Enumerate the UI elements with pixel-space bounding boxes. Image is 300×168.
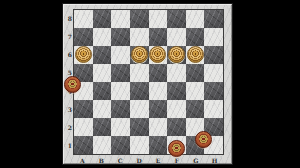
rank-label-7: 7 [63, 33, 72, 40]
checker-red-g1[interactable] [195, 131, 212, 148]
square-g3[interactable] [186, 100, 205, 118]
checker-white-a6[interactable] [75, 46, 92, 63]
checker-white-g6[interactable] [187, 46, 204, 63]
square-f8[interactable] [167, 10, 186, 28]
square-a1[interactable] [74, 136, 93, 154]
square-b1[interactable] [93, 136, 112, 154]
square-c3[interactable] [111, 100, 130, 118]
square-a3[interactable] [74, 100, 93, 118]
file-label-e: E [149, 156, 168, 166]
file-labels: ABCDEFGH [73, 156, 224, 166]
square-d7[interactable] [130, 28, 149, 46]
square-d3[interactable] [130, 100, 149, 118]
square-d4[interactable] [130, 82, 149, 100]
square-c6[interactable] [111, 46, 130, 64]
square-f3[interactable] [167, 100, 186, 118]
square-c1[interactable] [111, 136, 130, 154]
square-e2[interactable] [149, 118, 168, 136]
square-f4[interactable] [167, 82, 186, 100]
square-h3[interactable] [204, 100, 223, 118]
square-h4[interactable] [204, 82, 223, 100]
file-label-h: H [205, 156, 224, 166]
checker-red-a4[interactable] [64, 76, 81, 93]
square-d1[interactable] [130, 136, 149, 154]
checker-white-d6[interactable] [131, 46, 148, 63]
checker-white-e6[interactable] [149, 46, 166, 63]
square-g4[interactable] [186, 82, 205, 100]
rank-label-6: 6 [63, 51, 72, 58]
square-b3[interactable] [93, 100, 112, 118]
square-a2[interactable] [74, 118, 93, 136]
checker-white-f6[interactable] [168, 46, 185, 63]
rank-label-8: 8 [63, 15, 72, 22]
square-c4[interactable] [111, 82, 130, 100]
square-e7[interactable] [149, 28, 168, 46]
square-e3[interactable] [149, 100, 168, 118]
file-label-g: G [186, 156, 205, 166]
square-e8[interactable] [149, 10, 168, 28]
rank-label-3: 3 [63, 106, 72, 113]
square-c7[interactable] [111, 28, 130, 46]
file-label-c: C [111, 156, 130, 166]
square-f2[interactable] [167, 118, 186, 136]
square-b6[interactable] [93, 46, 112, 64]
app-background: 87654321 ABCDEFGH [0, 0, 300, 168]
square-f7[interactable] [167, 28, 186, 46]
file-label-f: F [167, 156, 186, 166]
square-c2[interactable] [111, 118, 130, 136]
square-h7[interactable] [204, 28, 223, 46]
square-c8[interactable] [111, 10, 130, 28]
square-h8[interactable] [204, 10, 223, 28]
rank-label-1: 1 [63, 142, 72, 149]
square-a7[interactable] [74, 28, 93, 46]
file-label-a: A [73, 156, 92, 166]
square-d2[interactable] [130, 118, 149, 136]
rank-label-2: 2 [63, 124, 72, 131]
file-label-b: B [92, 156, 111, 166]
square-g7[interactable] [186, 28, 205, 46]
square-a8[interactable] [74, 10, 93, 28]
square-e5[interactable] [149, 64, 168, 82]
square-h5[interactable] [204, 64, 223, 82]
square-b4[interactable] [93, 82, 112, 100]
square-c5[interactable] [111, 64, 130, 82]
file-label-d: D [130, 156, 149, 166]
square-b2[interactable] [93, 118, 112, 136]
square-b8[interactable] [93, 10, 112, 28]
square-f5[interactable] [167, 64, 186, 82]
square-g8[interactable] [186, 10, 205, 28]
square-b5[interactable] [93, 64, 112, 82]
square-e1[interactable] [149, 136, 168, 154]
square-e4[interactable] [149, 82, 168, 100]
checker-red-f1[interactable] [168, 140, 185, 157]
square-d8[interactable] [130, 10, 149, 28]
square-g5[interactable] [186, 64, 205, 82]
square-b7[interactable] [93, 28, 112, 46]
square-d5[interactable] [130, 64, 149, 82]
square-h6[interactable] [204, 46, 223, 64]
